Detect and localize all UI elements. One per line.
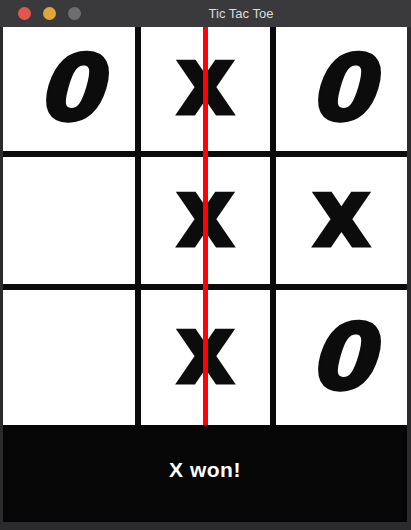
cell-r3c3[interactable]: 0 (276, 290, 407, 425)
mark-x: X (179, 323, 233, 393)
cell-r2c3[interactable]: X (276, 157, 407, 284)
zoom-button[interactable] (68, 7, 81, 20)
board-area: 0X0XXX0 (3, 27, 407, 425)
window-title: Tic Tac Toe (81, 0, 411, 27)
mark-o: 0 (308, 42, 375, 136)
cell-r3c1[interactable] (3, 290, 135, 425)
cell-r3c2[interactable]: X (141, 290, 270, 425)
mark-x: X (315, 186, 369, 256)
window-controls (0, 7, 81, 20)
mark-x: X (179, 54, 233, 124)
mark-x: X (179, 186, 233, 256)
board: 0X0XXX0 (3, 27, 407, 425)
cell-r1c1[interactable]: 0 (3, 27, 135, 151)
status-bar: X won! (3, 425, 407, 522)
cell-r2c2[interactable]: X (141, 157, 270, 284)
close-button[interactable] (18, 7, 31, 20)
titlebar: Tic Tac Toe (0, 0, 411, 27)
cell-r1c2[interactable]: X (141, 27, 270, 151)
window-bottom-frame (0, 522, 411, 530)
status-message: X won! (3, 458, 407, 482)
app-window: Tic Tac Toe 0X0XXX0 X won! (0, 0, 411, 530)
window-content: 0X0XXX0 X won! (0, 27, 411, 522)
mark-o: 0 (35, 42, 102, 136)
cell-r1c3[interactable]: 0 (276, 27, 407, 151)
minimize-button[interactable] (43, 7, 56, 20)
mark-o: 0 (308, 310, 375, 404)
cell-r2c1[interactable] (3, 157, 135, 284)
